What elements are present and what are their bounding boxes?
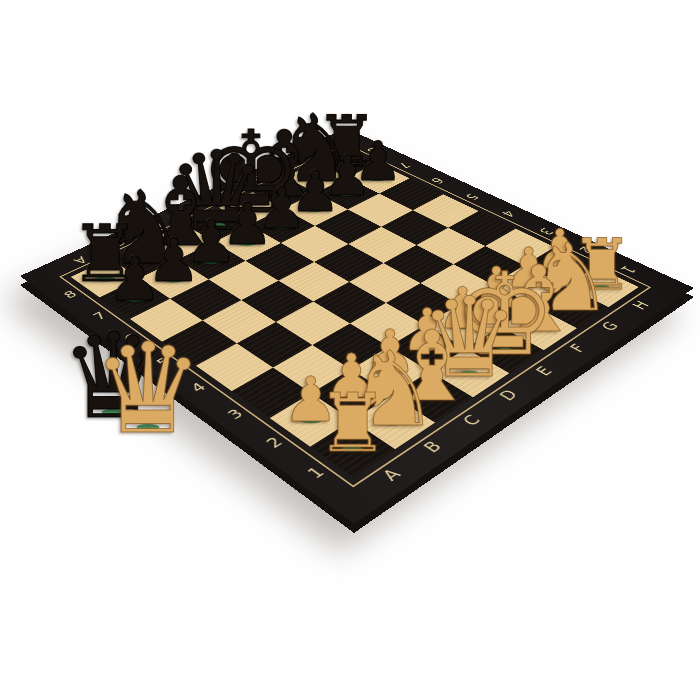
file-label-e-far: E [217, 189, 234, 198]
file-label-d-near: D [496, 387, 521, 402]
chessboard: AABBCCDDEEFFGGHH8877665544332211 [20, 128, 694, 524]
file-label-f-far: F [250, 175, 266, 183]
rank-label-7-near: 7 [90, 310, 109, 322]
rank-label-6-near: 6 [120, 332, 140, 344]
file-label-f-near: F [566, 342, 588, 355]
rank-label-2-near: 2 [262, 434, 285, 450]
file-label-g-near: G [598, 319, 622, 332]
rank-label-1-near: 1 [303, 464, 327, 481]
file-label-d-far: D [182, 205, 201, 215]
file-label-g-far: G [281, 160, 299, 169]
rank-label-2-far: 2 [576, 245, 596, 255]
rank-label-7-far: 7 [396, 161, 413, 169]
file-label-e-near: E [532, 364, 555, 378]
rank-label-1-far: 1 [617, 264, 638, 275]
rank-label-4-near: 4 [187, 380, 208, 394]
file-label-c-near: C [459, 412, 483, 428]
file-label-h-far: H [312, 146, 330, 154]
product-photo-scene: Angled overhead product photo of a woode… [0, 0, 700, 700]
file-label-b-far: B [109, 238, 127, 248]
chessboard-wrap: AABBCCDDEEFFGGHH8877665544332211 [0, 0, 700, 700]
board-grid [71, 148, 639, 477]
rank-label-5-near: 5 [153, 355, 174, 368]
file-label-a-near: A [379, 466, 404, 483]
rank-label-8-near: 8 [61, 289, 80, 300]
file-label-b-near: B [420, 439, 445, 455]
file-label-c-far: C [146, 221, 164, 231]
rank-label-6-far: 6 [428, 176, 446, 185]
rank-label-4-far: 4 [498, 209, 517, 218]
file-label-a-far: A [71, 255, 90, 266]
rank-label-3-far: 3 [536, 226, 556, 236]
rank-label-8-far: 8 [364, 146, 381, 154]
file-label-h-near: H [629, 299, 652, 312]
rank-label-3-near: 3 [223, 406, 245, 421]
rank-label-5-far: 5 [463, 192, 481, 201]
